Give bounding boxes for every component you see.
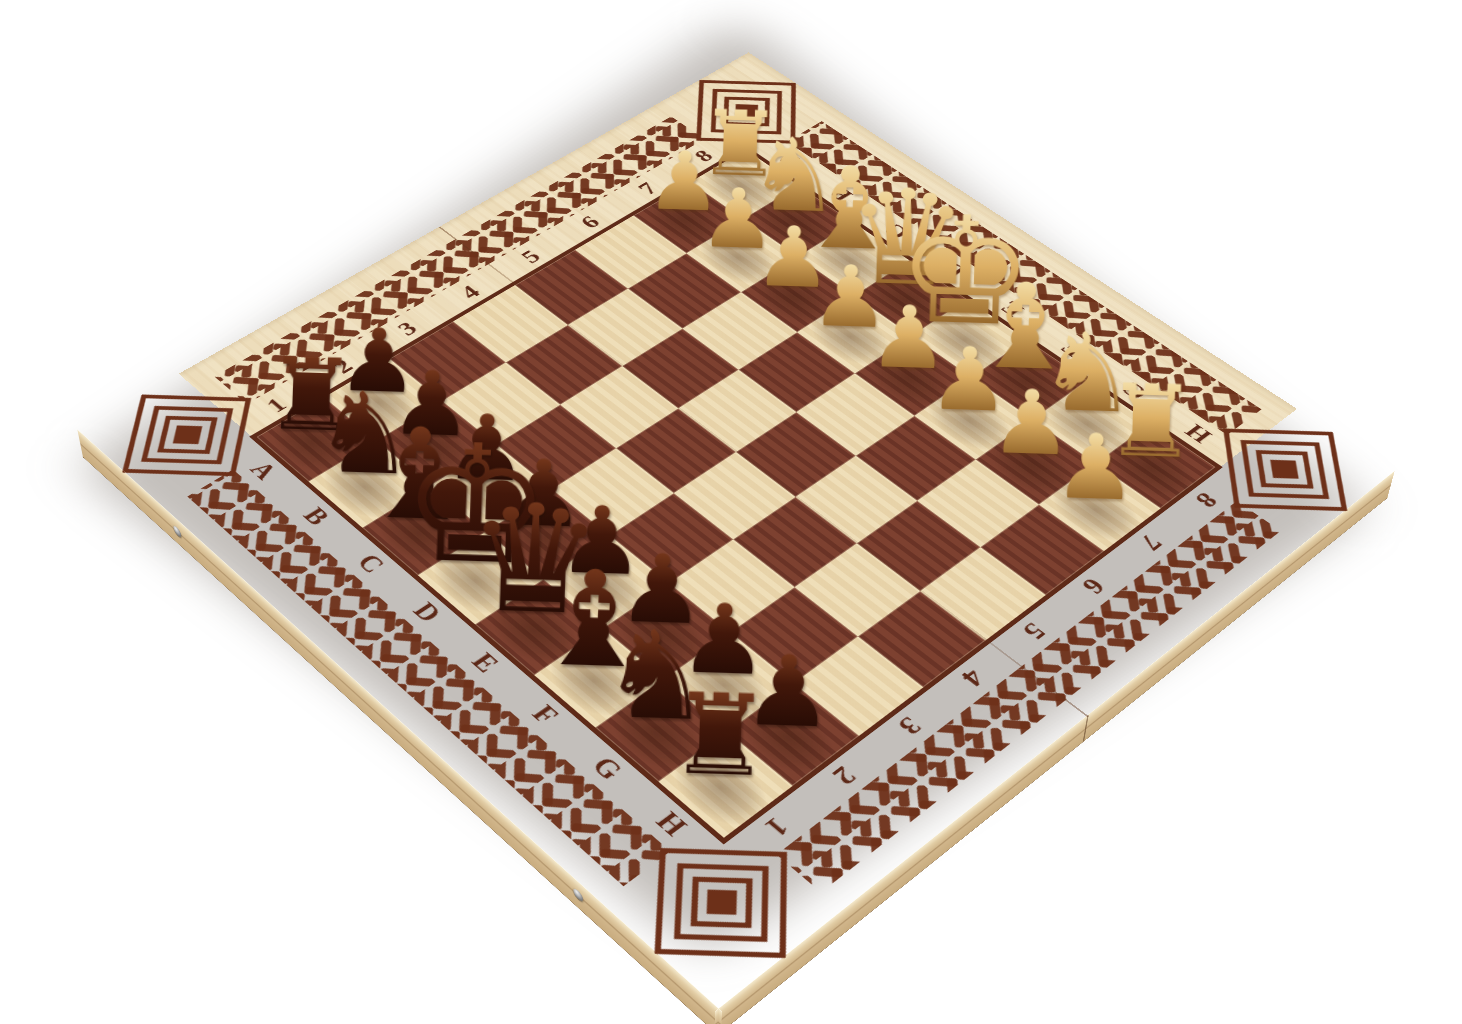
- board-top-face: ABCDEFGHABCDEFGH8765432187654321 ♜♞♝♛♚♝♞…: [77, 52, 1396, 1011]
- hinge-screw: [573, 887, 583, 904]
- chess-board: ABCDEFGHABCDEFGH8765432187654321 ♜♞♝♛♚♝♞…: [77, 52, 1396, 1011]
- pieces-layer: ♜♞♝♛♚♝♞♜♟♟♟♟♟♟♟♟♟♟♟♟♟♟♟♟♜♞♝♚♛♝♞♜: [77, 52, 1396, 1011]
- piece-glyph[interactable]: ♟: [1053, 424, 1138, 512]
- piece-glyph[interactable]: ♜: [667, 681, 774, 791]
- hinge-screw: [173, 524, 182, 539]
- photo-canvas: ABCDEFGHABCDEFGH8765432187654321 ♜♞♝♛♚♝♞…: [0, 0, 1462, 1024]
